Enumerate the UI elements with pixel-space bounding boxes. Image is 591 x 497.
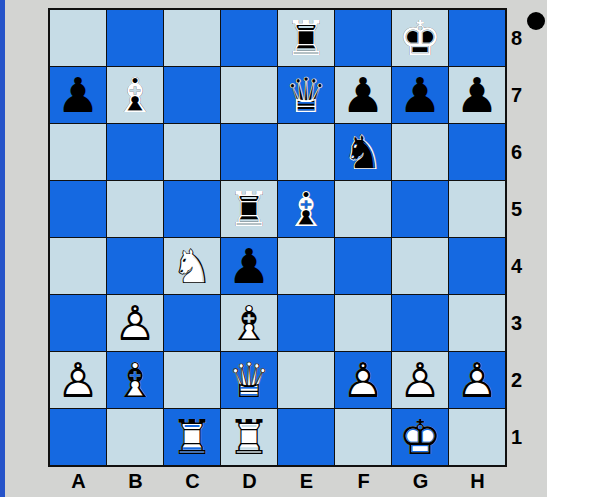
piece-detail-glyph: ♖	[221, 409, 277, 465]
piece-glyph: ♝	[278, 181, 334, 237]
square-d6[interactable]	[221, 124, 277, 180]
square-f6[interactable]: ♞♘	[335, 124, 391, 180]
piece-detail-glyph: ♔	[392, 409, 448, 465]
square-f7[interactable]: ♟	[335, 67, 391, 123]
square-c5[interactable]	[164, 181, 220, 237]
square-d7[interactable]	[221, 67, 277, 123]
square-h3[interactable]	[449, 295, 505, 351]
piece-glyph: ♛	[221, 352, 277, 408]
square-f2[interactable]: ♟♙	[335, 352, 391, 408]
piece-detail-glyph: ♙	[449, 352, 505, 408]
rank-label-2: 2	[511, 352, 541, 409]
square-b3[interactable]: ♟♙	[107, 295, 163, 351]
square-g2[interactable]: ♟♙	[392, 352, 448, 408]
piece-black-pawn[interactable]: ♟	[221, 238, 277, 294]
square-e8[interactable]: ♜♖	[278, 10, 334, 66]
rank-label-7: 7	[511, 67, 541, 124]
square-c2[interactable]	[164, 352, 220, 408]
piece-white-pawn[interactable]: ♟♙	[107, 295, 163, 351]
square-a6[interactable]	[50, 124, 106, 180]
piece-white-king[interactable]: ♚♔	[392, 409, 448, 465]
square-h8[interactable]	[449, 10, 505, 66]
piece-white-pawn[interactable]: ♟♙	[392, 352, 448, 408]
piece-glyph: ♝	[221, 295, 277, 351]
square-c4[interactable]: ♞♘	[164, 238, 220, 294]
file-label-h: H	[449, 467, 506, 495]
square-e2[interactable]	[278, 352, 334, 408]
piece-white-bishop[interactable]: ♝♗	[107, 352, 163, 408]
piece-glyph: ♟	[449, 67, 505, 123]
square-h5[interactable]	[449, 181, 505, 237]
square-d2[interactable]: ♛♕	[221, 352, 277, 408]
square-d1[interactable]: ♜♖	[221, 409, 277, 465]
square-g4[interactable]	[392, 238, 448, 294]
square-b2[interactable]: ♝♗	[107, 352, 163, 408]
file-label-g: G	[392, 467, 449, 495]
piece-glyph: ♟	[107, 295, 163, 351]
piece-detail-glyph: ♔	[392, 10, 448, 66]
square-e7[interactable]: ♛♕	[278, 67, 334, 123]
square-a4[interactable]	[50, 238, 106, 294]
piece-detail-glyph: ♗	[107, 67, 163, 123]
rank-label-6: 6	[511, 124, 541, 181]
file-label-b: B	[107, 467, 164, 495]
piece-detail-glyph: ♙	[335, 352, 391, 408]
piece-glyph: ♟	[392, 352, 448, 408]
square-a3[interactable]	[50, 295, 106, 351]
piece-black-rook[interactable]: ♜♖	[278, 10, 334, 66]
rank-labels: 87654321	[511, 10, 541, 467]
square-a5[interactable]	[50, 181, 106, 237]
square-e4[interactable]	[278, 238, 334, 294]
piece-glyph: ♟	[449, 352, 505, 408]
piece-detail-glyph: ♙	[50, 352, 106, 408]
square-g8[interactable]: ♚♔	[392, 10, 448, 66]
file-label-a: A	[50, 467, 107, 495]
square-b6[interactable]	[107, 124, 163, 180]
square-a7[interactable]: ♟	[50, 67, 106, 123]
square-d8[interactable]	[221, 10, 277, 66]
piece-white-pawn[interactable]: ♟♙	[50, 352, 106, 408]
black-to-move-indicator	[527, 12, 545, 30]
piece-black-pawn[interactable]: ♟	[449, 67, 505, 123]
piece-glyph: ♛	[278, 67, 334, 123]
square-f4[interactable]	[335, 238, 391, 294]
piece-glyph: ♟	[392, 67, 448, 123]
piece-glyph: ♜	[164, 409, 220, 465]
piece-glyph: ♜	[221, 409, 277, 465]
square-c3[interactable]	[164, 295, 220, 351]
left-edge-strip	[0, 0, 5, 497]
piece-black-rook[interactable]: ♜♖	[221, 181, 277, 237]
square-e1[interactable]	[278, 409, 334, 465]
piece-detail-glyph: ♘	[164, 238, 220, 294]
piece-detail-glyph: ♙	[107, 295, 163, 351]
square-b8[interactable]	[107, 10, 163, 66]
piece-glyph: ♝	[107, 352, 163, 408]
square-g5[interactable]	[392, 181, 448, 237]
file-label-e: E	[278, 467, 335, 495]
square-h4[interactable]	[449, 238, 505, 294]
square-h7[interactable]: ♟	[449, 67, 505, 123]
piece-black-knight[interactable]: ♞♘	[335, 124, 391, 180]
square-h1[interactable]	[449, 409, 505, 465]
piece-detail-glyph: ♖	[221, 181, 277, 237]
piece-glyph: ♟	[50, 352, 106, 408]
file-label-c: C	[164, 467, 221, 495]
square-b7[interactable]: ♝♗	[107, 67, 163, 123]
square-a2[interactable]: ♟♙	[50, 352, 106, 408]
square-e3[interactable]	[278, 295, 334, 351]
piece-white-rook[interactable]: ♜♖	[164, 409, 220, 465]
piece-glyph: ♝	[107, 67, 163, 123]
piece-white-rook[interactable]: ♜♖	[221, 409, 277, 465]
square-g7[interactable]: ♟	[392, 67, 448, 123]
square-c7[interactable]	[164, 67, 220, 123]
piece-black-pawn[interactable]: ♟	[335, 67, 391, 123]
square-f3[interactable]	[335, 295, 391, 351]
piece-detail-glyph: ♗	[107, 352, 163, 408]
piece-glyph: ♚	[392, 409, 448, 465]
square-b5[interactable]	[107, 181, 163, 237]
piece-white-queen[interactable]: ♛♕	[221, 352, 277, 408]
chess-diagram: ♜♖♚♔♟♝♗♛♕♟♟♟♞♘♜♖♝♗♞♘♟♟♙♝♗♟♙♝♗♛♕♟♙♟♙♟♙♜♖♜…	[0, 0, 591, 497]
piece-white-knight[interactable]: ♞♘	[164, 238, 220, 294]
square-d4[interactable]: ♟	[221, 238, 277, 294]
square-g6[interactable]	[392, 124, 448, 180]
piece-glyph: ♚	[392, 10, 448, 66]
piece-glyph: ♟	[221, 238, 277, 294]
piece-detail-glyph: ♙	[392, 352, 448, 408]
piece-detail-glyph: ♕	[278, 67, 334, 123]
rank-label-4: 4	[511, 238, 541, 295]
piece-black-queen[interactable]: ♛♕	[278, 67, 334, 123]
piece-glyph: ♞	[335, 124, 391, 180]
piece-black-pawn[interactable]: ♟	[392, 67, 448, 123]
square-d5[interactable]: ♜♖	[221, 181, 277, 237]
piece-glyph: ♜	[221, 181, 277, 237]
square-b4[interactable]	[107, 238, 163, 294]
file-label-f: F	[335, 467, 392, 495]
square-c1[interactable]: ♜♖	[164, 409, 220, 465]
rank-label-1: 1	[511, 409, 541, 466]
piece-detail-glyph: ♘	[335, 124, 391, 180]
piece-detail-glyph: ♗	[278, 181, 334, 237]
square-h6[interactable]	[449, 124, 505, 180]
piece-detail-glyph: ♖	[164, 409, 220, 465]
piece-white-pawn[interactable]: ♟♙	[335, 352, 391, 408]
square-a1[interactable]	[50, 409, 106, 465]
file-labels: ABCDEFGH	[50, 467, 507, 495]
piece-black-pawn[interactable]: ♟	[50, 67, 106, 123]
piece-black-bishop[interactable]: ♝♗	[278, 181, 334, 237]
square-f8[interactable]	[335, 10, 391, 66]
chess-board: ♜♖♚♔♟♝♗♛♕♟♟♟♞♘♜♖♝♗♞♘♟♟♙♝♗♟♙♝♗♛♕♟♙♟♙♟♙♜♖♜…	[48, 8, 507, 467]
piece-black-king[interactable]: ♚♔	[392, 10, 448, 66]
piece-glyph: ♟	[335, 67, 391, 123]
square-a8[interactable]	[50, 10, 106, 66]
piece-black-bishop[interactable]: ♝♗	[107, 67, 163, 123]
piece-detail-glyph: ♕	[221, 352, 277, 408]
square-f5[interactable]	[335, 181, 391, 237]
square-d3[interactable]: ♝♗	[221, 295, 277, 351]
piece-glyph: ♜	[278, 10, 334, 66]
square-h2[interactable]: ♟♙	[449, 352, 505, 408]
piece-detail-glyph: ♗	[221, 295, 277, 351]
piece-glyph: ♟	[335, 352, 391, 408]
square-f1[interactable]	[335, 409, 391, 465]
square-e6[interactable]	[278, 124, 334, 180]
rank-label-5: 5	[511, 181, 541, 238]
square-g1[interactable]: ♚♔	[392, 409, 448, 465]
square-e5[interactable]: ♝♗	[278, 181, 334, 237]
piece-white-bishop[interactable]: ♝♗	[221, 295, 277, 351]
square-c6[interactable]	[164, 124, 220, 180]
square-c8[interactable]	[164, 10, 220, 66]
piece-white-pawn[interactable]: ♟♙	[449, 352, 505, 408]
piece-glyph: ♞	[164, 238, 220, 294]
rank-label-3: 3	[511, 295, 541, 352]
piece-detail-glyph: ♖	[278, 10, 334, 66]
piece-glyph: ♟	[50, 67, 106, 123]
file-label-d: D	[221, 467, 278, 495]
square-b1[interactable]	[107, 409, 163, 465]
square-g3[interactable]	[392, 295, 448, 351]
